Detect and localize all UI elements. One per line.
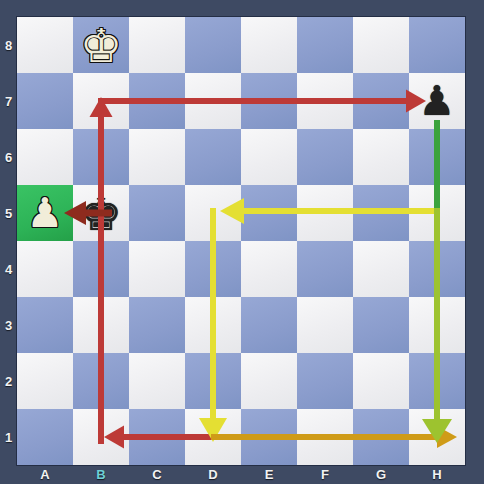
square-h6[interactable] bbox=[409, 129, 465, 185]
square-f5[interactable] bbox=[297, 185, 353, 241]
rank-label-3: 3 bbox=[0, 297, 17, 353]
file-label-c: C bbox=[129, 465, 185, 484]
square-e2[interactable] bbox=[241, 353, 297, 409]
rank-label-6: 6 bbox=[0, 129, 17, 185]
square-c8[interactable] bbox=[129, 17, 185, 73]
square-a6[interactable] bbox=[17, 129, 73, 185]
square-b6[interactable] bbox=[73, 129, 129, 185]
square-d2[interactable] bbox=[185, 353, 241, 409]
square-b7[interactable] bbox=[73, 73, 129, 129]
square-h5[interactable] bbox=[409, 185, 465, 241]
square-a7[interactable] bbox=[17, 73, 73, 129]
square-c5[interactable] bbox=[129, 185, 185, 241]
square-h8[interactable] bbox=[409, 17, 465, 73]
square-d1[interactable] bbox=[185, 409, 241, 465]
square-c3[interactable] bbox=[129, 297, 185, 353]
square-b1[interactable] bbox=[73, 409, 129, 465]
square-c4[interactable] bbox=[129, 241, 185, 297]
file-label-b: B bbox=[73, 465, 129, 484]
square-a8[interactable] bbox=[17, 17, 73, 73]
file-label-a: A bbox=[17, 465, 73, 484]
square-b2[interactable] bbox=[73, 353, 129, 409]
square-g2[interactable] bbox=[353, 353, 409, 409]
square-g7[interactable] bbox=[353, 73, 409, 129]
square-b5[interactable]: ♚ bbox=[73, 185, 129, 241]
piece-white-pawn[interactable]: ♟ bbox=[27, 193, 64, 234]
chess-diagram: ♚♟♟♚ 87654321 ABCDEFGH bbox=[0, 0, 484, 484]
square-a1[interactable] bbox=[17, 409, 73, 465]
square-a4[interactable] bbox=[17, 241, 73, 297]
file-label-d: D bbox=[185, 465, 241, 484]
square-b8[interactable]: ♚ bbox=[73, 17, 129, 73]
square-e8[interactable] bbox=[241, 17, 297, 73]
file-label-h: H bbox=[409, 465, 465, 484]
square-e7[interactable] bbox=[241, 73, 297, 129]
square-d3[interactable] bbox=[185, 297, 241, 353]
square-f3[interactable] bbox=[297, 297, 353, 353]
rank-label-4: 4 bbox=[0, 241, 17, 297]
square-h7[interactable]: ♟ bbox=[409, 73, 465, 129]
square-c1[interactable] bbox=[129, 409, 185, 465]
square-c2[interactable] bbox=[129, 353, 185, 409]
square-g4[interactable] bbox=[353, 241, 409, 297]
square-f6[interactable] bbox=[297, 129, 353, 185]
square-e6[interactable] bbox=[241, 129, 297, 185]
square-f8[interactable] bbox=[297, 17, 353, 73]
square-f4[interactable] bbox=[297, 241, 353, 297]
square-f1[interactable] bbox=[297, 409, 353, 465]
square-c6[interactable] bbox=[129, 129, 185, 185]
square-d4[interactable] bbox=[185, 241, 241, 297]
square-h2[interactable] bbox=[409, 353, 465, 409]
piece-black-king[interactable]: ♚ bbox=[80, 190, 122, 237]
square-e1[interactable] bbox=[241, 409, 297, 465]
square-h4[interactable] bbox=[409, 241, 465, 297]
square-a2[interactable] bbox=[17, 353, 73, 409]
square-g1[interactable] bbox=[353, 409, 409, 465]
piece-black-pawn[interactable]: ♟ bbox=[419, 81, 456, 122]
square-g3[interactable] bbox=[353, 297, 409, 353]
file-label-g: G bbox=[353, 465, 409, 484]
square-g5[interactable] bbox=[353, 185, 409, 241]
square-e4[interactable] bbox=[241, 241, 297, 297]
square-e3[interactable] bbox=[241, 297, 297, 353]
square-c7[interactable] bbox=[129, 73, 185, 129]
square-a5[interactable]: ♟ bbox=[17, 185, 73, 241]
rank-label-2: 2 bbox=[0, 353, 17, 409]
square-d6[interactable] bbox=[185, 129, 241, 185]
square-b3[interactable] bbox=[73, 297, 129, 353]
chess-board: ♚♟♟♚ bbox=[17, 17, 465, 465]
square-b4[interactable] bbox=[73, 241, 129, 297]
square-h1[interactable] bbox=[409, 409, 465, 465]
square-d7[interactable] bbox=[185, 73, 241, 129]
square-a3[interactable] bbox=[17, 297, 73, 353]
square-e5[interactable] bbox=[241, 185, 297, 241]
square-f7[interactable] bbox=[297, 73, 353, 129]
square-f2[interactable] bbox=[297, 353, 353, 409]
square-g8[interactable] bbox=[353, 17, 409, 73]
rank-label-1: 1 bbox=[0, 409, 17, 465]
square-h3[interactable] bbox=[409, 297, 465, 353]
square-d5[interactable] bbox=[185, 185, 241, 241]
rank-label-5: 5 bbox=[0, 185, 17, 241]
piece-white-king[interactable]: ♚ bbox=[80, 22, 122, 69]
rank-label-7: 7 bbox=[0, 73, 17, 129]
square-g6[interactable] bbox=[353, 129, 409, 185]
file-label-e: E bbox=[241, 465, 297, 484]
square-d8[interactable] bbox=[185, 17, 241, 73]
file-label-f: F bbox=[297, 465, 353, 484]
rank-label-8: 8 bbox=[0, 17, 17, 73]
